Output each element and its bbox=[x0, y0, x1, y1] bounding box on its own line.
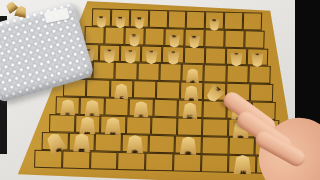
piece-kanji: 歩兵 bbox=[213, 92, 217, 95]
board-cell[interactable] bbox=[49, 114, 75, 133]
board-cell[interactable] bbox=[117, 152, 145, 171]
tape-label bbox=[44, 7, 70, 23]
board-cell[interactable] bbox=[90, 151, 118, 170]
board-cell[interactable] bbox=[84, 26, 104, 45]
board-cell[interactable] bbox=[151, 117, 177, 136]
board-cell[interactable] bbox=[204, 29, 224, 48]
board-cell[interactable] bbox=[177, 117, 203, 136]
board-cell[interactable] bbox=[204, 64, 227, 83]
board-cell[interactable] bbox=[167, 10, 186, 28]
board-cell[interactable] bbox=[153, 99, 178, 118]
board-cell[interactable] bbox=[145, 153, 173, 172]
board-cell[interactable] bbox=[204, 47, 226, 65]
board-grid bbox=[3, 0, 320, 4]
board-cell[interactable] bbox=[148, 135, 175, 154]
board-cell[interactable] bbox=[144, 28, 164, 47]
board-cell[interactable] bbox=[104, 27, 124, 46]
board-maker-stamp: ･････ bbox=[226, 9, 237, 13]
piece-kanji: 香車 bbox=[52, 141, 58, 144]
board-cell[interactable] bbox=[104, 98, 129, 117]
board-cell[interactable] bbox=[86, 79, 110, 98]
board-cell[interactable] bbox=[93, 61, 116, 80]
board-cell[interactable] bbox=[126, 116, 152, 135]
board-cell[interactable] bbox=[224, 30, 244, 49]
board-cell[interactable] bbox=[226, 65, 249, 84]
board-cell[interactable] bbox=[186, 11, 205, 29]
board-cell[interactable] bbox=[95, 133, 122, 152]
board-cell[interactable] bbox=[183, 47, 205, 65]
board-cell[interactable] bbox=[159, 63, 182, 82]
board-cell[interactable] bbox=[201, 154, 229, 173]
board-cell[interactable] bbox=[156, 81, 180, 100]
board-cell[interactable] bbox=[62, 150, 90, 169]
board-cell[interactable] bbox=[201, 136, 228, 155]
board-cell[interactable] bbox=[228, 137, 255, 156]
board-cell[interactable] bbox=[244, 30, 264, 49]
board-cell[interactable] bbox=[148, 10, 167, 28]
board-cell[interactable] bbox=[173, 153, 201, 172]
pieces-layer: 香車桂馬銀将玉将飛車金将銀将歩兵歩兵歩兵歩兵歩兵歩兵歩兵歩兵歩兵歩兵銀将歩兵歩兵… bbox=[3, 0, 320, 4]
board-cell[interactable] bbox=[137, 62, 160, 81]
board-cell[interactable] bbox=[243, 12, 262, 30]
photo-frame: ･････ 香車桂馬銀将玉将飛車金将銀将歩兵歩兵歩兵歩兵歩兵歩兵歩兵歩兵歩兵歩兵… bbox=[0, 0, 320, 180]
board-cell[interactable] bbox=[224, 12, 243, 30]
board-cell[interactable] bbox=[249, 83, 273, 102]
board-cell[interactable] bbox=[115, 62, 138, 81]
board-cell[interactable] bbox=[248, 65, 271, 84]
board-cell[interactable] bbox=[202, 118, 228, 137]
board-cell[interactable] bbox=[133, 80, 157, 99]
board-cell[interactable] bbox=[34, 150, 62, 169]
